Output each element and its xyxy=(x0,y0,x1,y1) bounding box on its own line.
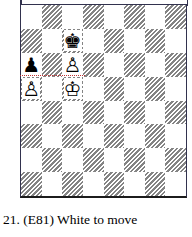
square-b4[interactable] xyxy=(42,101,63,125)
square-h7[interactable] xyxy=(165,29,186,53)
square-f1[interactable] xyxy=(124,172,145,196)
square-e1[interactable] xyxy=(104,172,125,196)
square-e5[interactable] xyxy=(104,77,125,101)
square-d3[interactable] xyxy=(83,124,104,148)
square-b8[interactable] xyxy=(42,5,63,29)
square-f3[interactable] xyxy=(124,124,145,148)
square-c2[interactable] xyxy=(62,148,83,172)
square-g2[interactable] xyxy=(145,148,166,172)
square-c3[interactable] xyxy=(62,124,83,148)
square-c5[interactable]: ♔ xyxy=(62,77,83,101)
square-d5[interactable] xyxy=(83,77,104,101)
caption: 21. (E81) White to move xyxy=(3,212,137,228)
square-d1[interactable] xyxy=(83,172,104,196)
square-e8[interactable] xyxy=(104,5,125,29)
red-dotted-line xyxy=(20,75,85,76)
white-pawn: ♙ xyxy=(22,78,40,99)
square-h8[interactable] xyxy=(165,5,186,29)
square-a6[interactable]: ♟ xyxy=(21,53,42,77)
square-e3[interactable] xyxy=(104,124,125,148)
square-a4[interactable] xyxy=(21,101,42,125)
square-a1[interactable] xyxy=(21,172,42,196)
square-e6[interactable] xyxy=(104,53,125,77)
square-b7[interactable] xyxy=(42,29,63,53)
square-b1[interactable] xyxy=(42,172,63,196)
square-d4[interactable] xyxy=(83,101,104,125)
square-e4[interactable] xyxy=(104,101,125,125)
black-king: ♚ xyxy=(64,30,82,51)
square-b2[interactable] xyxy=(42,148,63,172)
square-c8[interactable] xyxy=(62,5,83,29)
square-f2[interactable] xyxy=(124,148,145,172)
square-c7[interactable]: ♚ xyxy=(62,29,83,53)
square-h4[interactable] xyxy=(165,101,186,125)
square-h5[interactable] xyxy=(165,77,186,101)
square-d6[interactable] xyxy=(83,53,104,77)
square-d7[interactable] xyxy=(83,29,104,53)
square-b3[interactable] xyxy=(42,124,63,148)
square-f7[interactable] xyxy=(124,29,145,53)
page: ♚♟♙♙♔ 21. (E81) White to move xyxy=(0,0,192,237)
square-g1[interactable] xyxy=(145,172,166,196)
square-e2[interactable] xyxy=(104,148,125,172)
square-h1[interactable] xyxy=(165,172,186,196)
board-frame: ♚♟♙♙♔ xyxy=(20,4,187,198)
square-a7[interactable] xyxy=(21,29,42,53)
square-g3[interactable] xyxy=(145,124,166,148)
square-c4[interactable] xyxy=(62,101,83,125)
square-g4[interactable] xyxy=(145,101,166,125)
square-b6[interactable] xyxy=(42,53,63,77)
square-h6[interactable] xyxy=(165,53,186,77)
square-f8[interactable] xyxy=(124,5,145,29)
square-g8[interactable] xyxy=(145,5,166,29)
square-h3[interactable] xyxy=(165,124,186,148)
square-c1[interactable] xyxy=(62,172,83,196)
square-c6[interactable]: ♙ xyxy=(62,53,83,77)
board: ♚♟♙♙♔ xyxy=(21,5,186,196)
square-h2[interactable] xyxy=(165,148,186,172)
square-e7[interactable] xyxy=(104,29,125,53)
white-king: ♔ xyxy=(64,78,82,99)
square-f6[interactable] xyxy=(124,53,145,77)
square-a2[interactable] xyxy=(21,148,42,172)
square-d8[interactable] xyxy=(83,5,104,29)
white-pawn: ♙ xyxy=(64,54,82,75)
square-a3[interactable] xyxy=(21,124,42,148)
square-g5[interactable] xyxy=(145,77,166,101)
square-b5[interactable] xyxy=(42,77,63,101)
square-g6[interactable] xyxy=(145,53,166,77)
square-a5[interactable]: ♙ xyxy=(21,77,42,101)
square-a8[interactable] xyxy=(21,5,42,29)
square-f4[interactable] xyxy=(124,101,145,125)
square-d2[interactable] xyxy=(83,148,104,172)
square-f5[interactable] xyxy=(124,77,145,101)
square-g7[interactable] xyxy=(145,29,166,53)
black-pawn: ♟ xyxy=(22,54,40,75)
